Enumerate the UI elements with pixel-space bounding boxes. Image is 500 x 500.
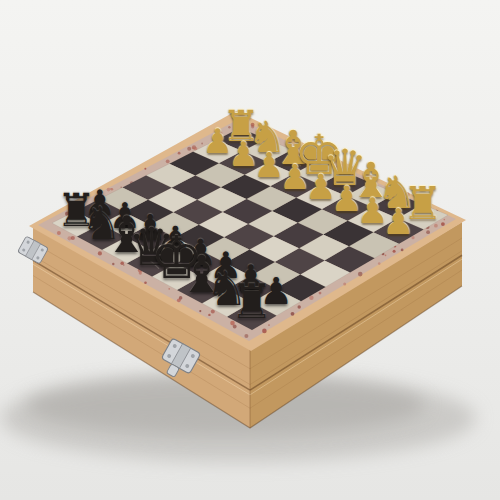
- chess-set-photo: ♜♞♟♝♟♚♟♛♟♝♟♞♟♟♜♟♜♟♟♞♟♝♟♟♛♟♚♟♝♟♞♜: [0, 0, 500, 500]
- chess-board: [0, 0, 500, 500]
- piece-white-pawn-a2[interactable]: ♟: [382, 204, 414, 240]
- piece-black-rook-a8[interactable]: ♜: [230, 278, 273, 326]
